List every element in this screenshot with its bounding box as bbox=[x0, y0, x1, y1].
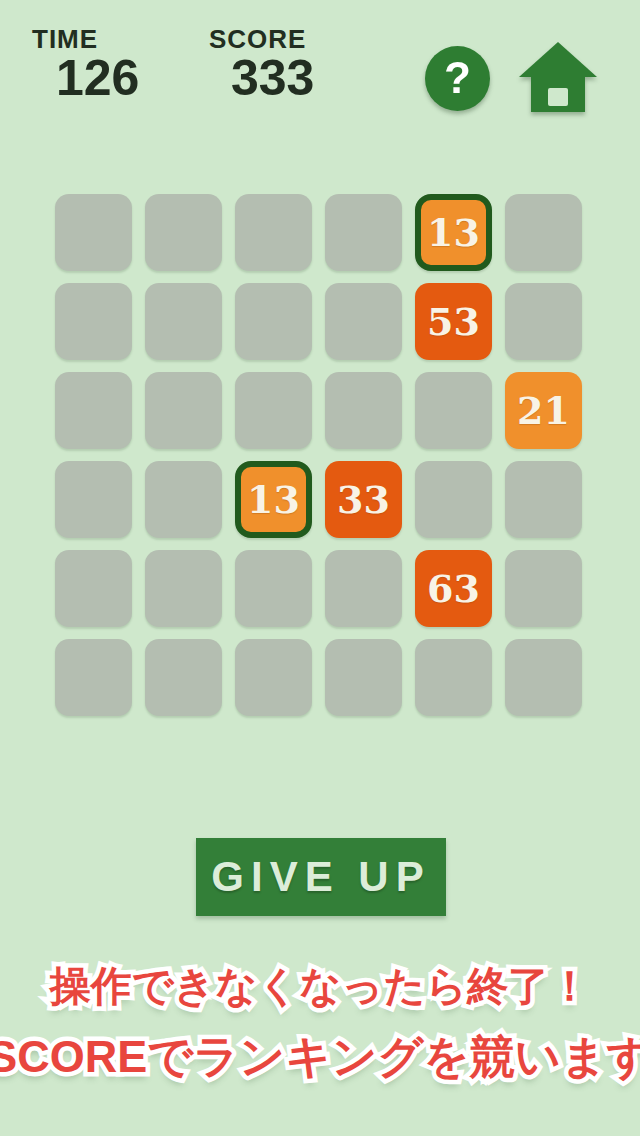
empty-cell-r3c3[interactable] bbox=[235, 372, 312, 449]
empty-cell-r2c3[interactable] bbox=[235, 283, 312, 360]
empty-cell-r6c4[interactable] bbox=[325, 639, 402, 716]
number-tile-r3c6[interactable]: 21 bbox=[505, 372, 582, 449]
empty-cell-r2c4[interactable] bbox=[325, 283, 402, 360]
tile-number: 33 bbox=[337, 481, 390, 519]
empty-cell-r1c1[interactable] bbox=[55, 194, 132, 271]
tile-number: 13 bbox=[247, 481, 300, 519]
footer-line1: 操作できなくなったら終了！ 操作できなくなったら終了！ bbox=[50, 958, 591, 1015]
time-value: 126 bbox=[56, 53, 139, 103]
empty-cell-r6c3[interactable] bbox=[235, 639, 312, 716]
empty-cell-r5c4[interactable] bbox=[325, 550, 402, 627]
number-tile-r4c3[interactable]: 13 bbox=[235, 461, 312, 538]
tile-number: 63 bbox=[427, 570, 480, 608]
give-up-button[interactable]: GIVE UP bbox=[196, 838, 446, 916]
tile-number: 53 bbox=[427, 303, 480, 341]
footer-line1-text: 操作できなくなったら終了！ bbox=[50, 963, 591, 1009]
empty-cell-r3c4[interactable] bbox=[325, 372, 402, 449]
footer-line2: SCOREでランキングを競います SCOREでランキングを競います bbox=[0, 1025, 640, 1088]
empty-cell-r2c2[interactable] bbox=[145, 283, 222, 360]
empty-cell-r3c2[interactable] bbox=[145, 372, 222, 449]
empty-cell-r2c6[interactable] bbox=[505, 283, 582, 360]
give-up-label: GIVE UP bbox=[211, 856, 430, 898]
empty-cell-r5c2[interactable] bbox=[145, 550, 222, 627]
empty-cell-r4c1[interactable] bbox=[55, 461, 132, 538]
number-tile-r5c5[interactable]: 63 bbox=[415, 550, 492, 627]
score-value: 333 bbox=[231, 53, 314, 103]
home-icon bbox=[517, 42, 599, 112]
question-mark-icon: ? bbox=[444, 56, 471, 100]
tile-number: 13 bbox=[427, 214, 480, 252]
home-button[interactable] bbox=[517, 42, 599, 112]
footer-line2-text: SCOREでランキングを競います bbox=[0, 1031, 640, 1082]
empty-cell-r4c5[interactable] bbox=[415, 461, 492, 538]
empty-cell-r6c6[interactable] bbox=[505, 639, 582, 716]
empty-cell-r4c6[interactable] bbox=[505, 461, 582, 538]
empty-cell-r1c2[interactable] bbox=[145, 194, 222, 271]
help-button[interactable]: ? bbox=[425, 46, 490, 111]
number-tile-r4c4[interactable]: 33 bbox=[325, 461, 402, 538]
number-tile-r1c5[interactable]: 13 bbox=[415, 194, 492, 271]
empty-cell-r1c6[interactable] bbox=[505, 194, 582, 271]
empty-cell-r1c3[interactable] bbox=[235, 194, 312, 271]
empty-cell-r5c6[interactable] bbox=[505, 550, 582, 627]
empty-cell-r1c4[interactable] bbox=[325, 194, 402, 271]
empty-cell-r6c2[interactable] bbox=[145, 639, 222, 716]
empty-cell-r6c1[interactable] bbox=[55, 639, 132, 716]
empty-cell-r6c5[interactable] bbox=[415, 639, 492, 716]
footer-instructions: 操作できなくなったら終了！ 操作できなくなったら終了！ SCOREでランキングを… bbox=[0, 958, 640, 1088]
tile-number: 21 bbox=[517, 392, 570, 430]
empty-cell-r2c1[interactable] bbox=[55, 283, 132, 360]
empty-cell-r3c5[interactable] bbox=[415, 372, 492, 449]
empty-cell-r3c1[interactable] bbox=[55, 372, 132, 449]
empty-cell-r4c2[interactable] bbox=[145, 461, 222, 538]
empty-cell-r5c1[interactable] bbox=[55, 550, 132, 627]
game-board: 135321133363 bbox=[55, 194, 582, 716]
number-tile-r2c5[interactable]: 53 bbox=[415, 283, 492, 360]
empty-cell-r5c3[interactable] bbox=[235, 550, 312, 627]
